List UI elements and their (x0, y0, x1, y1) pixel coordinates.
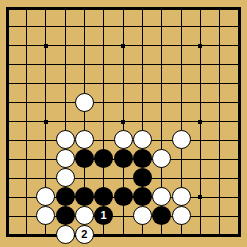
move-number-label: 1 (101, 210, 107, 221)
white-stone (75, 93, 94, 112)
black-stone (114, 149, 133, 168)
black-stone (75, 149, 94, 168)
white-stone (172, 187, 191, 206)
white-stone (75, 206, 94, 225)
move-2-stone-white: 2 (75, 225, 94, 244)
white-stone (56, 149, 75, 168)
black-stone (133, 187, 152, 206)
black-stone (94, 149, 113, 168)
white-stone (152, 187, 171, 206)
white-stone (36, 206, 55, 225)
white-stone (56, 168, 75, 187)
black-stone (56, 187, 75, 206)
white-stone (172, 206, 191, 225)
white-stone (75, 130, 94, 149)
black-stone (94, 187, 113, 206)
white-stone (133, 130, 152, 149)
black-stone (152, 206, 171, 225)
move-1-stone-black: 1 (94, 206, 113, 225)
white-stone (133, 206, 152, 225)
white-stone (56, 225, 75, 244)
white-stone (36, 187, 55, 206)
move-number-label: 2 (81, 229, 87, 240)
black-stone (114, 187, 133, 206)
black-stone (75, 187, 94, 206)
white-stone (152, 149, 171, 168)
black-stone (56, 206, 75, 225)
black-stone (133, 149, 152, 168)
white-stone (114, 130, 133, 149)
board-stones: 12 (0, 0, 247, 244)
go-board: 12 (0, 0, 247, 247)
black-stone (133, 168, 152, 187)
white-stone (172, 130, 191, 149)
white-stone (56, 130, 75, 149)
